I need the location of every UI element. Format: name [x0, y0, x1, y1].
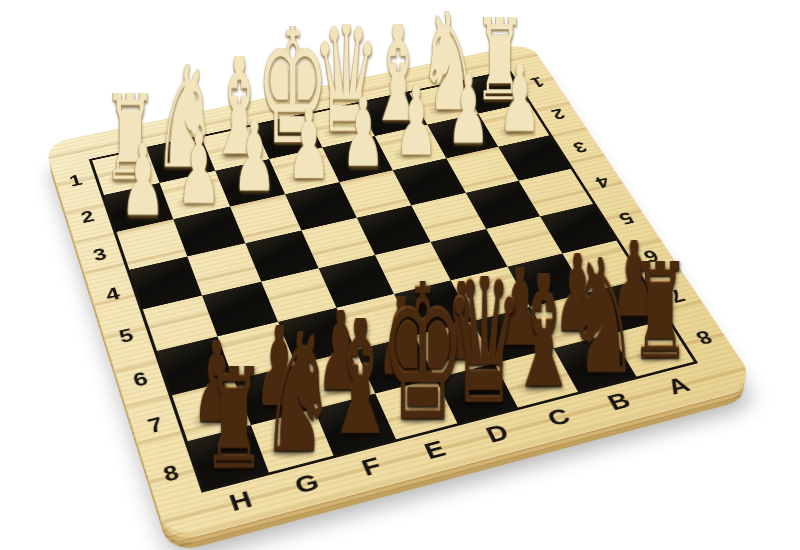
chess-board: 12345678 12345678 HGFEDCBA ♜♞♝♚♛♝♞♜♟♟♟♟♟… — [44, 43, 756, 539]
chess-set-photo: 12345678 12345678 HGFEDCBA ♜♞♝♚♛♝♞♜♟♟♟♟♟… — [0, 0, 800, 550]
black-rook[interactable]: ♜ — [157, 366, 311, 471]
